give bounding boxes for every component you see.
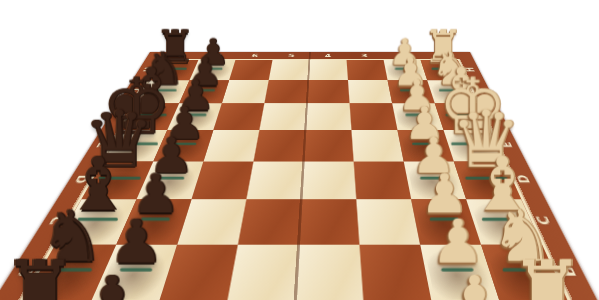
piece-black-rook-a8: ♜: [2, 251, 78, 300]
far-rim-label-4: 4: [310, 53, 347, 58]
board-squares: ♜♟♟♜♞♟♟♞♝♟♟♝♚♟♟♚♛♟♟♛♝♟♟♝♞♟♟♞♜♟♟♜: [0, 60, 599, 300]
square-f4: [305, 103, 351, 130]
square-c3: [356, 199, 420, 245]
square-b3: [359, 245, 431, 300]
square-d5: [246, 162, 303, 200]
square-e5: [253, 130, 305, 162]
far-rim-label-3: 3: [346, 53, 383, 58]
square-h5: [269, 60, 310, 80]
square-d6: [191, 162, 253, 200]
piece-white-pawn-a2: ♟: [444, 267, 505, 300]
square-h4: [308, 60, 348, 80]
square-g6: [222, 80, 269, 103]
far-rim-label-6: 6: [236, 53, 274, 58]
square-e4: [304, 130, 354, 162]
square-f6: [213, 103, 264, 130]
square-h6: [229, 60, 272, 80]
square-g5: [264, 80, 308, 103]
square-d3: [354, 162, 412, 200]
square-c4: [299, 199, 360, 245]
piece-white-rook-a1: ♜: [509, 251, 585, 300]
square-g3: [348, 80, 392, 103]
piece-black-pawn-a7: ♟: [82, 267, 143, 300]
board-photo: ♜♟♟♜♞♟♟♞♝♟♟♝♚♟♟♚♛♟♟♛♝♟♟♝♞♟♟♞♜♟♟♜ HHGGFFE…: [0, 0, 599, 300]
square-h3: [347, 60, 388, 80]
square-b4: [295, 245, 363, 300]
square-e6: [203, 130, 259, 162]
square-f3: [350, 103, 398, 130]
square-c5: [238, 199, 301, 245]
far-rim-label-5: 5: [273, 53, 310, 58]
square-f5: [259, 103, 307, 130]
square-d4: [301, 162, 356, 200]
square-g4: [307, 80, 350, 103]
square-b5: [227, 245, 298, 300]
chess-board: ♜♟♟♜♞♟♟♞♝♟♟♝♚♟♟♚♛♟♟♛♝♟♟♝♞♟♟♞♜♟♟♜ HHGGFFE…: [0, 52, 599, 300]
square-e3: [351, 130, 403, 162]
